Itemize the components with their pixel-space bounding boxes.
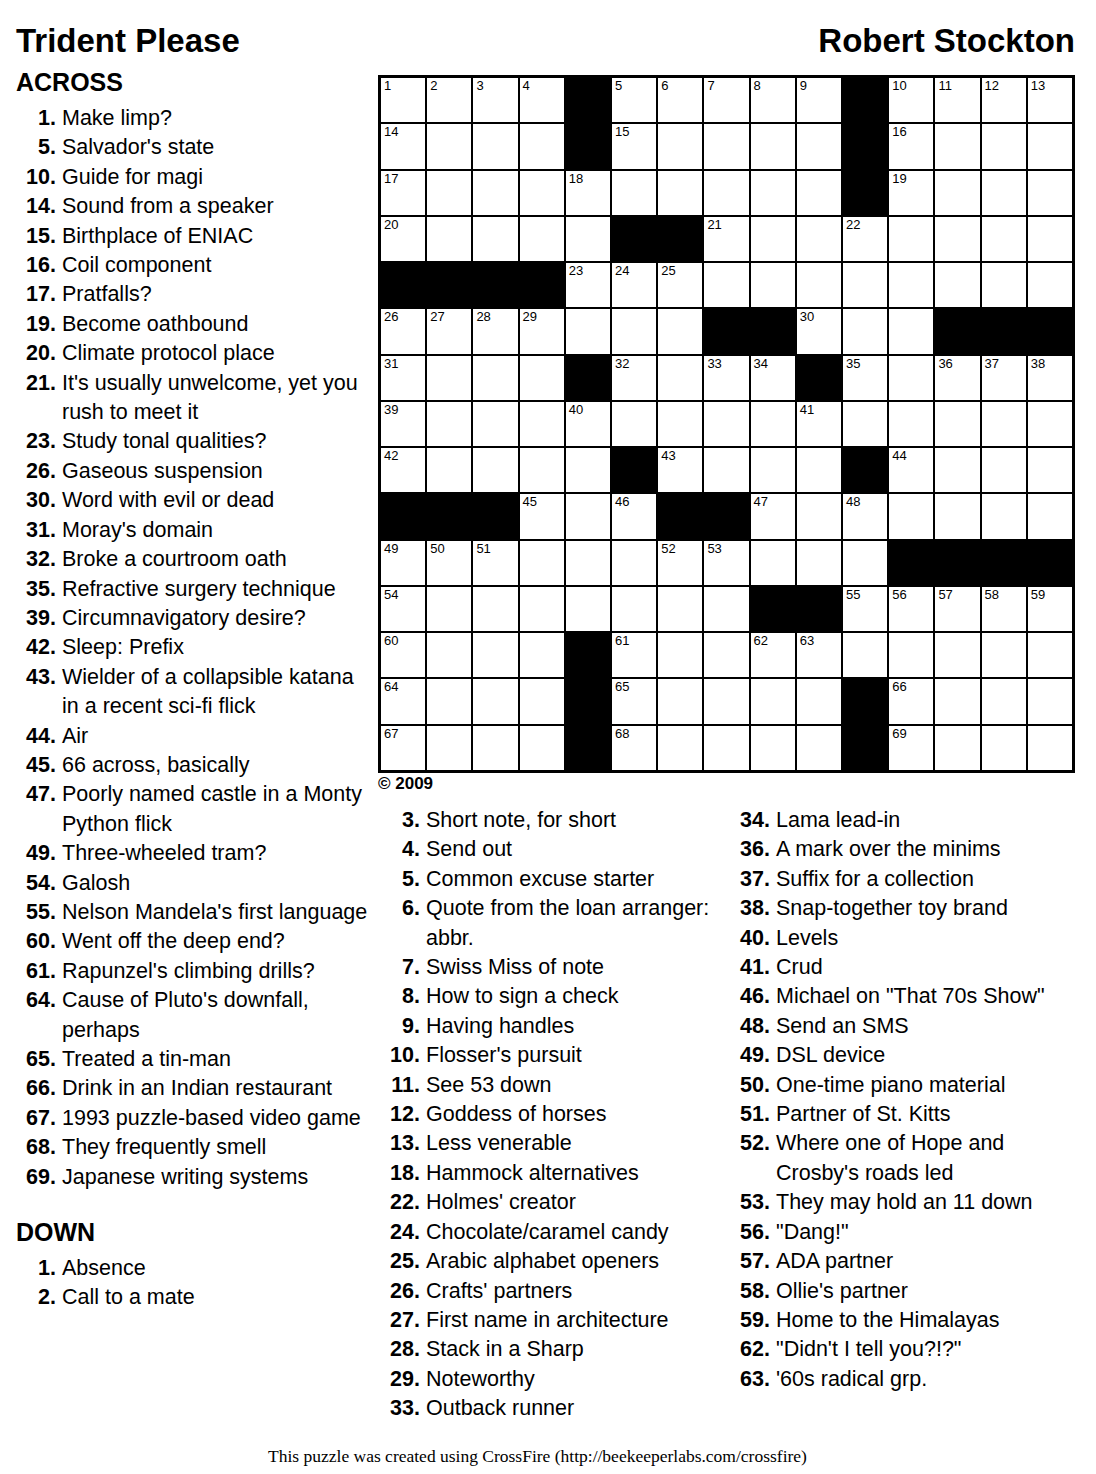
grid-cell[interactable] <box>519 216 565 262</box>
grid-cell[interactable] <box>703 632 749 678</box>
grid-cell[interactable] <box>934 216 980 262</box>
clue-text: Become oathbound <box>62 312 248 336</box>
clue-text: See 53 down <box>426 1073 552 1097</box>
grid-cell[interactable]: 24 <box>611 262 657 308</box>
grid-cell[interactable] <box>472 632 518 678</box>
down-clue: 12.Goddess of horses <box>380 1100 724 1129</box>
grid-cell[interactable] <box>657 678 703 724</box>
grid-cell[interactable] <box>981 493 1027 539</box>
cell-number: 16 <box>892 125 906 139</box>
cell-number: 28 <box>476 310 490 324</box>
across-clue: 14.Sound from a speaker <box>16 192 368 221</box>
grid-cell[interactable] <box>934 262 980 308</box>
grid-cell[interactable] <box>1027 493 1073 539</box>
grid-cell[interactable] <box>519 725 565 771</box>
grid-cell[interactable] <box>842 632 888 678</box>
grid-cell[interactable]: 51 <box>472 540 518 586</box>
clue-text: Suffix for a collection <box>776 867 974 891</box>
clue-number: 53. <box>730 1188 770 1217</box>
across-clue: 20.Climate protocol place <box>16 339 368 368</box>
clue-number: 52. <box>730 1129 770 1158</box>
grid-cell[interactable] <box>426 632 472 678</box>
down-clue: 62."Didn't I tell you?!?" <box>730 1335 1088 1364</box>
grid-cell[interactable] <box>842 308 888 354</box>
clue-text: Make limp? <box>62 106 172 130</box>
grid-cell[interactable] <box>842 262 888 308</box>
clue-number: 51. <box>730 1100 770 1129</box>
grid-cell[interactable] <box>750 540 796 586</box>
clue-text: 66 across, basically <box>62 753 250 777</box>
grid-cell[interactable] <box>657 632 703 678</box>
clue-text: Michael on "That 70s Show" <box>776 984 1045 1008</box>
cell-number: 37 <box>985 357 999 371</box>
grid-cell[interactable] <box>934 678 980 724</box>
clue-number: 65. <box>16 1045 56 1074</box>
clue-text: Arabic alphabet openers <box>426 1249 659 1273</box>
clue-text: Noteworthy <box>426 1367 535 1391</box>
grid-cell[interactable]: 32 <box>611 355 657 401</box>
grid-cell[interactable] <box>1027 632 1073 678</box>
grid-cell[interactable] <box>657 355 703 401</box>
grid-cell[interactable] <box>657 308 703 354</box>
grid-cell[interactable] <box>472 170 518 216</box>
clue-text: Air <box>62 724 88 748</box>
grid-cell[interactable] <box>657 401 703 447</box>
grid-cell[interactable] <box>888 216 934 262</box>
grid-cell[interactable]: 47 <box>750 493 796 539</box>
grid-cell[interactable] <box>519 632 565 678</box>
grid-cell[interactable]: 30 <box>796 308 842 354</box>
grid-cell[interactable] <box>888 493 934 539</box>
clue-number: 19. <box>16 310 56 339</box>
down-clue: 33.Outback runner <box>380 1394 724 1423</box>
grid-cell[interactable] <box>750 725 796 771</box>
grid-cell[interactable]: 44 <box>888 447 934 493</box>
grid-cell[interactable] <box>519 401 565 447</box>
cell-number: 4 <box>523 79 530 93</box>
clue-text: Wielder of a collapsible katana in a rec… <box>62 665 354 718</box>
grid-cell[interactable] <box>796 725 842 771</box>
grid-cell[interactable] <box>796 216 842 262</box>
grid-cell[interactable] <box>472 123 518 169</box>
grid-cell[interactable] <box>981 725 1027 771</box>
grid-cell[interactable] <box>611 401 657 447</box>
black-cell <box>934 308 980 354</box>
clue-text: Crafts' partners <box>426 1279 572 1303</box>
cell-number: 59 <box>1031 588 1045 602</box>
grid-cell[interactable] <box>796 493 842 539</box>
clue-text: Short note, for short <box>426 808 616 832</box>
grid-cell[interactable] <box>703 123 749 169</box>
clue-text: Went off the deep end? <box>62 929 285 953</box>
down-clue: 9.Having handles <box>380 1012 724 1041</box>
clue-number: 30. <box>16 486 56 515</box>
clue-text: Poorly named castle in a Monty Python fl… <box>62 782 362 835</box>
grid-cell[interactable] <box>981 170 1027 216</box>
grid-cell[interactable]: 43 <box>657 447 703 493</box>
black-cell <box>703 493 749 539</box>
grid-cell[interactable]: 15 <box>611 123 657 169</box>
grid-cell[interactable] <box>842 401 888 447</box>
grid-cell[interactable] <box>934 725 980 771</box>
grid-cell[interactable]: 46 <box>611 493 657 539</box>
black-cell <box>380 262 426 308</box>
grid-cell[interactable] <box>519 586 565 632</box>
grid-cell[interactable] <box>472 216 518 262</box>
grid-cell[interactable] <box>981 632 1027 678</box>
cell-number: 22 <box>846 218 860 232</box>
grid-cell[interactable]: 23 <box>565 262 611 308</box>
black-cell <box>565 632 611 678</box>
grid-cell[interactable]: 53 <box>703 540 749 586</box>
clue-number: 13. <box>380 1129 420 1158</box>
cell-number: 41 <box>800 403 814 417</box>
grid-cell[interactable]: 56 <box>888 586 934 632</box>
grid-cell[interactable] <box>934 447 980 493</box>
clue-text: Holmes' creator <box>426 1190 576 1214</box>
clue-text: How to sign a check <box>426 984 618 1008</box>
grid-cell[interactable]: 10 <box>888 77 934 123</box>
clue-text: Birthplace of ENIAC <box>62 224 253 248</box>
cell-number: 25 <box>661 264 675 278</box>
grid-cell[interactable]: 4 <box>519 77 565 123</box>
puzzle-author: Robert Stockton <box>818 22 1075 60</box>
grid-cell[interactable]: 57 <box>934 586 980 632</box>
grid-cell[interactable] <box>426 355 472 401</box>
grid-cell[interactable] <box>934 632 980 678</box>
clue-text: Sleep: Prefix <box>62 635 184 659</box>
grid-cell[interactable]: 21 <box>703 216 749 262</box>
grid-cell[interactable]: 11 <box>934 77 980 123</box>
grid-cell[interactable] <box>611 586 657 632</box>
grid-cell[interactable] <box>519 540 565 586</box>
clue-number: 59. <box>730 1306 770 1335</box>
grid-cell[interactable] <box>750 216 796 262</box>
grid-cell[interactable] <box>426 725 472 771</box>
grid-cell[interactable] <box>565 586 611 632</box>
grid-cell[interactable] <box>657 170 703 216</box>
grid-cell[interactable]: 12 <box>981 77 1027 123</box>
grid-cell[interactable] <box>472 725 518 771</box>
grid-cell[interactable] <box>703 678 749 724</box>
grid-cell[interactable] <box>934 123 980 169</box>
grid-cell[interactable] <box>472 447 518 493</box>
grid-cell[interactable]: 6 <box>657 77 703 123</box>
clue-number: 4. <box>380 835 420 864</box>
black-cell <box>472 493 518 539</box>
grid-cell[interactable]: 14 <box>380 123 426 169</box>
grid-cell[interactable] <box>750 123 796 169</box>
black-cell <box>565 678 611 724</box>
clue-text: A mark over the minims <box>776 837 1001 861</box>
grid-cell[interactable] <box>888 401 934 447</box>
across-clue: 54.Galosh <box>16 869 368 898</box>
cell-number: 63 <box>800 634 814 648</box>
grid-cell[interactable]: 9 <box>796 77 842 123</box>
grid-cell[interactable] <box>565 447 611 493</box>
grid-cell[interactable]: 7 <box>703 77 749 123</box>
grid-cell[interactable] <box>519 355 565 401</box>
grid-cell[interactable]: 38 <box>1027 355 1073 401</box>
grid-cell[interactable] <box>888 632 934 678</box>
cell-number: 24 <box>615 264 629 278</box>
grid-cell[interactable] <box>1027 262 1073 308</box>
grid-cell[interactable] <box>981 123 1027 169</box>
grid-cell[interactable] <box>981 216 1027 262</box>
grid-cell[interactable] <box>796 447 842 493</box>
clue-number: 1. <box>16 104 56 133</box>
grid-cell[interactable] <box>796 123 842 169</box>
grid-cell[interactable]: 66 <box>888 678 934 724</box>
grid-cell[interactable]: 8 <box>750 77 796 123</box>
clue-number: 67. <box>16 1104 56 1133</box>
grid-cell[interactable] <box>426 170 472 216</box>
grid-cell[interactable] <box>842 540 888 586</box>
grid-cell[interactable] <box>1027 401 1073 447</box>
grid-cell[interactable]: 61 <box>611 632 657 678</box>
grid-cell[interactable]: 2 <box>426 77 472 123</box>
black-cell <box>426 493 472 539</box>
cell-number: 47 <box>754 495 768 509</box>
grid-cell[interactable]: 36 <box>934 355 980 401</box>
grid-cell[interactable] <box>519 170 565 216</box>
grid-cell[interactable]: 62 <box>750 632 796 678</box>
grid-cell[interactable] <box>1027 678 1073 724</box>
clue-number: 24. <box>380 1218 420 1247</box>
grid-cell[interactable] <box>426 447 472 493</box>
grid-cell[interactable]: 25 <box>657 262 703 308</box>
grid-cell[interactable] <box>981 401 1027 447</box>
grid-cell[interactable] <box>934 493 980 539</box>
grid-cell[interactable]: 67 <box>380 725 426 771</box>
grid-cell[interactable] <box>796 540 842 586</box>
grid-cell[interactable]: 5 <box>611 77 657 123</box>
grid-cell[interactable] <box>888 262 934 308</box>
grid-cell[interactable]: 59 <box>1027 586 1073 632</box>
grid-cell[interactable] <box>657 586 703 632</box>
grid-cell[interactable] <box>1027 123 1073 169</box>
grid-cell[interactable] <box>611 308 657 354</box>
grid-cell[interactable]: 28 <box>472 308 518 354</box>
black-cell <box>981 308 1027 354</box>
clue-number: 11. <box>380 1071 420 1100</box>
grid-cell[interactable] <box>703 586 749 632</box>
black-cell <box>657 493 703 539</box>
grid-cell[interactable] <box>565 540 611 586</box>
clue-number: 44. <box>16 722 56 751</box>
across-clue: 23.Study tonal qualities? <box>16 427 368 456</box>
down-section: DOWN 1.Absence2.Call to a mate <box>16 1218 368 1313</box>
black-cell <box>472 262 518 308</box>
grid-cell[interactable] <box>519 447 565 493</box>
cell-number: 65 <box>615 680 629 694</box>
grid-cell[interactable] <box>472 355 518 401</box>
grid-cell[interactable] <box>565 216 611 262</box>
grid-cell[interactable] <box>426 123 472 169</box>
clue-number: 56. <box>730 1218 770 1247</box>
grid-cell[interactable] <box>750 262 796 308</box>
grid-cell[interactable]: 37 <box>981 355 1027 401</box>
grid-cell[interactable]: 48 <box>842 493 888 539</box>
cell-number: 2 <box>430 79 437 93</box>
clue-number: 22. <box>380 1188 420 1217</box>
grid-cell[interactable]: 27 <box>426 308 472 354</box>
grid-cell[interactable] <box>1027 447 1073 493</box>
grid-cell[interactable]: 64 <box>380 678 426 724</box>
down-clue: 26.Crafts' partners <box>380 1277 724 1306</box>
across-clue: 45.66 across, basically <box>16 751 368 780</box>
clue-text: Quote from the loan arranger: abbr. <box>426 896 709 949</box>
down-clue: 29.Noteworthy <box>380 1365 724 1394</box>
down-clue: 37.Suffix for a collection <box>730 865 1088 894</box>
grid-cell[interactable] <box>565 308 611 354</box>
grid-cell[interactable] <box>934 170 980 216</box>
clue-number: 1. <box>16 1254 56 1283</box>
grid-cell[interactable] <box>519 678 565 724</box>
cell-number: 57 <box>938 588 952 602</box>
grid-cell[interactable] <box>565 493 611 539</box>
grid-cell[interactable]: 3 <box>472 77 518 123</box>
clue-text: Outback runner <box>426 1396 574 1420</box>
grid-cell[interactable]: 41 <box>796 401 842 447</box>
cell-number: 27 <box>430 310 444 324</box>
grid-cell[interactable]: 45 <box>519 493 565 539</box>
grid-cell[interactable]: 40 <box>565 401 611 447</box>
grid-cell[interactable]: 39 <box>380 401 426 447</box>
grid-cell[interactable] <box>796 170 842 216</box>
grid-cell[interactable]: 19 <box>888 170 934 216</box>
grid-cell[interactable] <box>1027 170 1073 216</box>
grid-cell[interactable]: 68 <box>611 725 657 771</box>
clue-text: Levels <box>776 926 838 950</box>
grid-cell[interactable] <box>657 725 703 771</box>
cell-number: 10 <box>892 79 906 93</box>
grid-cell[interactable] <box>472 401 518 447</box>
grid-cell[interactable] <box>703 170 749 216</box>
cell-number: 68 <box>615 727 629 741</box>
black-cell <box>565 77 611 123</box>
down-clue: 53.They may hold an 11 down <box>730 1188 1088 1217</box>
grid-cell[interactable]: 31 <box>380 355 426 401</box>
grid-cell[interactable] <box>426 401 472 447</box>
clue-text: Swiss Miss of note <box>426 955 604 979</box>
grid-cell[interactable] <box>519 123 565 169</box>
clue-text: Moray's domain <box>62 518 213 542</box>
clue-number: 12. <box>380 1100 420 1129</box>
clue-number: 49. <box>16 839 56 868</box>
grid-cell[interactable] <box>750 170 796 216</box>
grid-cell[interactable]: 18 <box>565 170 611 216</box>
grid-cell[interactable] <box>1027 216 1073 262</box>
black-cell <box>842 123 888 169</box>
grid-cell[interactable] <box>796 262 842 308</box>
grid-cell[interactable]: 55 <box>842 586 888 632</box>
grid-cell[interactable] <box>611 170 657 216</box>
grid-cell[interactable]: 29 <box>519 308 565 354</box>
grid-cell[interactable] <box>472 586 518 632</box>
grid-cell[interactable] <box>1027 725 1073 771</box>
grid-cell[interactable] <box>703 401 749 447</box>
black-cell <box>842 725 888 771</box>
copyright-notice: © 2009 <box>378 774 433 794</box>
grid-cell[interactable] <box>426 586 472 632</box>
grid-cell[interactable]: 49 <box>380 540 426 586</box>
grid-cell[interactable] <box>750 401 796 447</box>
cell-number: 17 <box>384 172 398 186</box>
across-clue: 64.Cause of Pluto's downfall, perhaps <box>16 986 368 1045</box>
grid-cell[interactable] <box>703 725 749 771</box>
grid-cell[interactable]: 34 <box>750 355 796 401</box>
cell-number: 3 <box>476 79 483 93</box>
grid-cell[interactable] <box>750 447 796 493</box>
clue-text: Gaseous suspension <box>62 459 263 483</box>
grid-cell[interactable] <box>888 355 934 401</box>
across-clue: 30.Word with evil or dead <box>16 486 368 515</box>
clue-number: 69. <box>16 1163 56 1192</box>
clue-number: 29. <box>380 1365 420 1394</box>
down-clue: 10.Flosser's pursuit <box>380 1041 724 1070</box>
grid-cell[interactable]: 69 <box>888 725 934 771</box>
grid-cell[interactable]: 54 <box>380 586 426 632</box>
clue-number: 14. <box>16 192 56 221</box>
grid-cell[interactable]: 42 <box>380 447 426 493</box>
grid-cell[interactable] <box>657 123 703 169</box>
down-clue: 5.Common excuse starter <box>380 865 724 894</box>
black-cell <box>1027 308 1073 354</box>
cell-number: 32 <box>615 357 629 371</box>
grid-cell[interactable] <box>703 447 749 493</box>
grid-cell[interactable]: 20 <box>380 216 426 262</box>
grid-cell[interactable] <box>472 678 518 724</box>
down-clue: 22.Holmes' creator <box>380 1188 724 1217</box>
grid-cell[interactable]: 17 <box>380 170 426 216</box>
grid-cell[interactable] <box>934 401 980 447</box>
grid-cell[interactable]: 52 <box>657 540 703 586</box>
grid-cell[interactable] <box>888 308 934 354</box>
grid-cell[interactable] <box>981 678 1027 724</box>
clue-number: 8. <box>380 982 420 1011</box>
grid-cell[interactable] <box>981 262 1027 308</box>
grid-cell[interactable]: 50 <box>426 540 472 586</box>
clue-text: Lama lead-in <box>776 808 900 832</box>
across-clue: 26.Gaseous suspension <box>16 457 368 486</box>
grid-cell[interactable]: 60 <box>380 632 426 678</box>
grid-cell[interactable]: 1 <box>380 77 426 123</box>
grid-cell[interactable] <box>703 262 749 308</box>
clue-text: Crud <box>776 955 823 979</box>
across-clue: 17.Pratfalls? <box>16 280 368 309</box>
cell-number: 6 <box>661 79 668 93</box>
grid-cell[interactable] <box>426 678 472 724</box>
grid-cell[interactable]: 63 <box>796 632 842 678</box>
cell-number: 48 <box>846 495 860 509</box>
grid-cell[interactable]: 16 <box>888 123 934 169</box>
grid-cell[interactable] <box>796 678 842 724</box>
grid-cell[interactable]: 22 <box>842 216 888 262</box>
grid-cell[interactable]: 35 <box>842 355 888 401</box>
grid-cell[interactable] <box>611 540 657 586</box>
grid-cell[interactable]: 33 <box>703 355 749 401</box>
grid-cell[interactable]: 65 <box>611 678 657 724</box>
grid-cell[interactable] <box>981 447 1027 493</box>
cell-number: 43 <box>661 449 675 463</box>
grid-cell[interactable]: 26 <box>380 308 426 354</box>
grid-cell[interactable]: 13 <box>1027 77 1073 123</box>
grid-cell[interactable] <box>750 678 796 724</box>
black-cell <box>842 447 888 493</box>
grid-cell[interactable]: 58 <box>981 586 1027 632</box>
grid-cell[interactable] <box>426 216 472 262</box>
